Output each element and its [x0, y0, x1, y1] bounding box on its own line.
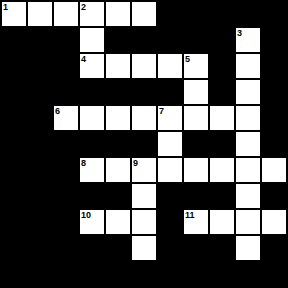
block-r7c4 — [106, 184, 130, 208]
crossword-board: 1234567891011 — [0, 0, 288, 288]
cell-r4c3[interactable] — [80, 106, 104, 130]
block-r1c7 — [184, 28, 208, 52]
cell-r8c9[interactable] — [236, 210, 260, 234]
cell-r1c3[interactable] — [80, 28, 104, 52]
block-r1c6 — [158, 28, 182, 52]
block-r5c2 — [54, 132, 78, 156]
block-r7c8 — [210, 184, 234, 208]
cell-r0c1[interactable] — [28, 2, 52, 26]
cell-r6c9[interactable] — [236, 158, 260, 182]
cell-r4c5[interactable] — [132, 106, 156, 130]
block-r1c4 — [106, 28, 130, 52]
cell-r2c3[interactable]: 4 — [80, 54, 104, 78]
block-r2c1 — [28, 54, 52, 78]
block-r5c5 — [132, 132, 156, 156]
cell-r7c5[interactable] — [132, 184, 156, 208]
cell-r9c9[interactable] — [236, 236, 260, 260]
block-r1c8 — [210, 28, 234, 52]
cell-r0c2[interactable] — [54, 2, 78, 26]
block-r9c4 — [106, 236, 130, 260]
block-r2c2 — [54, 54, 78, 78]
cell-r8c10[interactable] — [262, 210, 286, 234]
block-r4c1 — [28, 106, 52, 130]
block-r3c5 — [132, 80, 156, 104]
block-r9c8 — [210, 236, 234, 260]
block-r5c3 — [80, 132, 104, 156]
block-r10c3 — [80, 262, 104, 286]
cell-r8c7[interactable]: 11 — [184, 210, 208, 234]
block-r10c6 — [158, 262, 182, 286]
cell-r2c5[interactable] — [132, 54, 156, 78]
clue-number-5: 5 — [185, 54, 190, 64]
cell-r5c9[interactable] — [236, 132, 260, 156]
block-r8c1 — [28, 210, 52, 234]
cell-r8c5[interactable] — [132, 210, 156, 234]
block-r10c2 — [54, 262, 78, 286]
block-r3c0 — [2, 80, 26, 104]
block-r9c6 — [158, 236, 182, 260]
cell-r6c7[interactable] — [184, 158, 208, 182]
block-r10c8 — [210, 262, 234, 286]
block-r3c1 — [28, 80, 52, 104]
cell-r4c2[interactable]: 6 — [54, 106, 78, 130]
block-r0c6 — [158, 2, 182, 26]
block-r3c8 — [210, 80, 234, 104]
block-r1c0 — [2, 28, 26, 52]
cell-r4c9[interactable] — [236, 106, 260, 130]
block-r8c6 — [158, 210, 182, 234]
block-r0c7 — [184, 2, 208, 26]
block-r7c2 — [54, 184, 78, 208]
clue-number-10: 10 — [81, 210, 91, 220]
block-r2c0 — [2, 54, 26, 78]
block-r10c1 — [28, 262, 52, 286]
clue-number-7: 7 — [159, 106, 164, 116]
block-r7c1 — [28, 184, 52, 208]
cell-r4c8[interactable] — [210, 106, 234, 130]
block-r1c1 — [28, 28, 52, 52]
block-r10c5 — [132, 262, 156, 286]
block-r6c1 — [28, 158, 52, 182]
clue-number-9: 9 — [133, 158, 138, 168]
block-r3c10 — [262, 80, 286, 104]
block-r2c10 — [262, 54, 286, 78]
block-r10c0 — [2, 262, 26, 286]
block-r5c10 — [262, 132, 286, 156]
clue-number-8: 8 — [81, 158, 86, 168]
cell-r6c3[interactable]: 8 — [80, 158, 104, 182]
cell-r4c4[interactable] — [106, 106, 130, 130]
clue-number-2: 2 — [81, 2, 86, 12]
block-r5c0 — [2, 132, 26, 156]
block-r7c0 — [2, 184, 26, 208]
block-r9c1 — [28, 236, 52, 260]
block-r1c5 — [132, 28, 156, 52]
cell-r0c3[interactable]: 2 — [80, 2, 104, 26]
clue-number-3: 3 — [237, 28, 242, 38]
block-r5c7 — [184, 132, 208, 156]
clue-number-6: 6 — [55, 106, 60, 116]
block-r9c10 — [262, 236, 286, 260]
cell-r0c5[interactable] — [132, 2, 156, 26]
block-r5c8 — [210, 132, 234, 156]
block-r1c2 — [54, 28, 78, 52]
block-r10c7 — [184, 262, 208, 286]
block-r5c4 — [106, 132, 130, 156]
cell-r9c5[interactable] — [132, 236, 156, 260]
block-r7c6 — [158, 184, 182, 208]
block-r9c7 — [184, 236, 208, 260]
cell-r6c10[interactable] — [262, 158, 286, 182]
cell-r6c5[interactable]: 9 — [132, 158, 156, 182]
cell-r0c0[interactable]: 1 — [2, 2, 26, 26]
cell-r2c9[interactable] — [236, 54, 260, 78]
block-r5c1 — [28, 132, 52, 156]
block-r3c3 — [80, 80, 104, 104]
clue-number-4: 4 — [81, 54, 86, 64]
block-r9c2 — [54, 236, 78, 260]
cell-r8c8[interactable] — [210, 210, 234, 234]
block-r9c0 — [2, 236, 26, 260]
block-r0c9 — [236, 2, 260, 26]
clue-number-1: 1 — [3, 2, 8, 12]
block-r0c8 — [210, 2, 234, 26]
cell-r5c6[interactable] — [158, 132, 182, 156]
block-r10c9 — [236, 262, 260, 286]
block-r8c2 — [54, 210, 78, 234]
cell-r8c3[interactable]: 10 — [80, 210, 104, 234]
block-r2c8 — [210, 54, 234, 78]
cell-r3c7[interactable] — [184, 80, 208, 104]
block-r3c4 — [106, 80, 130, 104]
cell-r0c4[interactable] — [106, 2, 130, 26]
clue-number-11: 11 — [185, 210, 195, 220]
block-r7c3 — [80, 184, 104, 208]
block-r10c4 — [106, 262, 130, 286]
cell-r6c4[interactable] — [106, 158, 130, 182]
cell-r4c6[interactable]: 7 — [158, 106, 182, 130]
cell-r7c9[interactable] — [236, 184, 260, 208]
block-r7c10 — [262, 184, 286, 208]
cell-r1c9[interactable]: 3 — [236, 28, 260, 52]
block-r6c0 — [2, 158, 26, 182]
block-r0c10 — [262, 2, 286, 26]
block-r8c0 — [2, 210, 26, 234]
block-r7c7 — [184, 184, 208, 208]
cell-r4c7[interactable] — [184, 106, 208, 130]
cell-r2c4[interactable] — [106, 54, 130, 78]
block-r1c10 — [262, 28, 286, 52]
block-r4c10 — [262, 106, 286, 130]
block-r3c6 — [158, 80, 182, 104]
block-r9c3 — [80, 236, 104, 260]
block-r6c2 — [54, 158, 78, 182]
block-r4c0 — [2, 106, 26, 130]
cell-r3c9[interactable] — [236, 80, 260, 104]
cell-r6c8[interactable] — [210, 158, 234, 182]
block-r10c10 — [262, 262, 286, 286]
cell-r8c4[interactable] — [106, 210, 130, 234]
block-r3c2 — [54, 80, 78, 104]
cell-r2c6[interactable] — [158, 54, 182, 78]
cell-r2c7[interactable]: 5 — [184, 54, 208, 78]
cell-r6c6[interactable] — [158, 158, 182, 182]
